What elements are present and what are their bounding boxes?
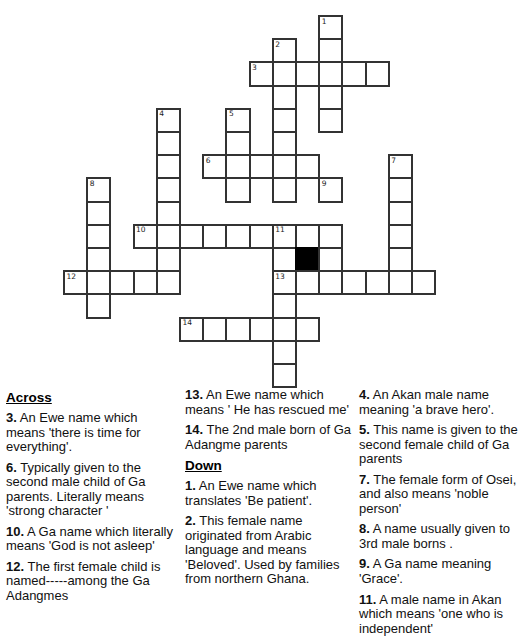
cell-r9-c11[interactable] — [318, 224, 343, 249]
cell-r13-c10[interactable] — [295, 317, 320, 342]
clue-down-5: 5. This name is given to the second fema… — [359, 423, 525, 467]
cell-r3-c9[interactable] — [272, 85, 297, 110]
cell-r13-c7[interactable] — [225, 317, 250, 342]
clue-number-label: 5. — [359, 422, 370, 437]
clue-number-label: 1. — [185, 478, 196, 493]
clue-column-1: Across3. An Ewe name which means 'there … — [6, 388, 176, 610]
cell-number-10: 10 — [136, 226, 146, 234]
cell-r10-c11[interactable] — [318, 247, 343, 272]
clue-text: A Ga name meaning 'Grace'. — [359, 556, 491, 586]
clue-across-10: 10. A Ga name which literally means 'God… — [6, 525, 176, 554]
crossword-grid: 1234567891011121314 — [63, 15, 437, 389]
cell-r8-c1[interactable] — [86, 201, 111, 226]
cell-r11-c1[interactable] — [86, 270, 111, 295]
cell-r6-c8[interactable] — [249, 154, 274, 179]
clue-number-label: 6. — [6, 460, 17, 475]
clue-across-14: 14. The 2nd male born of Ga Adangme pare… — [185, 423, 355, 452]
clue-text: An Ewe name which translates 'Be patient… — [185, 478, 317, 508]
cell-r8-c4[interactable] — [156, 201, 181, 226]
cell-r4-c11[interactable] — [318, 108, 343, 133]
cell-r6-c9[interactable] — [272, 154, 297, 179]
cell-r9-c14[interactable] — [388, 224, 413, 249]
clue-down-7: 7. The female form of Osei, and also mea… — [359, 473, 525, 517]
cell-r4-c9[interactable] — [272, 108, 297, 133]
clue-text: The first female child is named-----amon… — [6, 559, 160, 603]
cell-r8-c14[interactable] — [388, 201, 413, 226]
clue-number-label: 7. — [359, 472, 370, 487]
cell-number-9: 9 — [322, 180, 327, 188]
clue-number-label: 14. — [185, 422, 203, 437]
cell-r1-c9[interactable]: 2 — [272, 38, 297, 63]
clue-text: The 2nd male born of Ga Adangme parents — [185, 422, 351, 452]
cell-r6-c14[interactable]: 7 — [388, 154, 413, 179]
clue-across-13: 13. An Ewe name which means ' He has res… — [185, 388, 355, 417]
clue-number-label: 3. — [6, 410, 17, 425]
black-cell-r10-c10 — [295, 247, 320, 272]
clue-number-label: 9. — [359, 556, 370, 571]
across-header: Across — [6, 390, 176, 405]
cell-r14-c9[interactable] — [272, 340, 297, 365]
cell-r2-c13[interactable] — [365, 61, 390, 86]
cell-r9-c10[interactable] — [295, 224, 320, 249]
clue-down-2: 2. This female name originated from Arab… — [185, 514, 355, 587]
cell-r11-c14[interactable] — [388, 270, 413, 295]
cell-r10-c14[interactable] — [388, 247, 413, 272]
cell-r2-c12[interactable] — [341, 61, 366, 86]
cell-r13-c5[interactable]: 14 — [179, 317, 204, 342]
clue-across-6: 6. Typically given to the second male ch… — [6, 461, 176, 519]
cell-r12-c1[interactable] — [86, 293, 111, 318]
cell-r15-c9[interactable] — [272, 363, 297, 388]
clue-down-11: 11. A male name in Akan which means 'one… — [359, 593, 525, 637]
clue-number-label: 12. — [6, 559, 24, 574]
cell-r2-c8[interactable]: 3 — [249, 61, 274, 86]
cell-r2-c11[interactable] — [318, 61, 343, 86]
cell-r5-c9[interactable] — [272, 131, 297, 156]
cell-r11-c4[interactable] — [156, 270, 181, 295]
clue-number-label: 4. — [359, 387, 370, 402]
cell-number-12: 12 — [67, 273, 77, 281]
clue-text: A name usually given to 3rd male borns . — [359, 521, 510, 551]
cell-number-3: 3 — [252, 64, 257, 72]
cell-r7-c1[interactable]: 8 — [86, 177, 111, 202]
clue-down-8: 8. A name usually given to 3rd male born… — [359, 522, 525, 551]
cell-number-1: 1 — [322, 18, 327, 26]
cell-r10-c1[interactable] — [86, 247, 111, 272]
cell-r1-c11[interactable] — [318, 38, 343, 63]
clue-text: This name is given to the second female … — [359, 422, 518, 466]
cell-number-2: 2 — [275, 41, 280, 49]
clue-text: The female form of Osei, and also means … — [359, 472, 516, 516]
clue-column-3: 4. An Akan male name meaning 'a brave he… — [359, 388, 525, 637]
cell-r4-c4[interactable]: 4 — [156, 108, 181, 133]
clue-down-1: 1. An Ewe name which translates 'Be pati… — [185, 479, 355, 508]
cell-r2-c10[interactable] — [295, 61, 320, 86]
clue-text: Typically given to the second male child… — [6, 460, 145, 519]
cell-r9-c7[interactable] — [225, 224, 250, 249]
cell-number-7: 7 — [391, 157, 396, 165]
clue-number-label: 13. — [185, 387, 203, 402]
cell-number-5: 5 — [229, 110, 234, 118]
cell-r11-c9[interactable]: 13 — [272, 270, 297, 295]
clue-text: An Akan male name meaning 'a brave hero'… — [359, 387, 494, 417]
cell-r12-c9[interactable] — [272, 293, 297, 318]
cell-r10-c9[interactable] — [272, 247, 297, 272]
clue-down-4: 4. An Akan male name meaning 'a brave he… — [359, 388, 525, 417]
cell-r11-c10[interactable] — [295, 270, 320, 295]
clue-text: An Ewe name which means 'there is time f… — [6, 410, 141, 454]
cell-r10-c4[interactable] — [156, 247, 181, 272]
cell-r7-c7[interactable] — [225, 177, 250, 202]
cell-r6-c10[interactable] — [295, 154, 320, 179]
clue-across-12: 12. The first female child is named-----… — [6, 560, 176, 604]
cell-r9-c3[interactable]: 10 — [133, 224, 158, 249]
cell-r11-c15[interactable] — [411, 270, 436, 295]
cell-number-13: 13 — [275, 273, 285, 281]
cell-r9-c6[interactable] — [202, 224, 227, 249]
cell-r9-c9[interactable]: 11 — [272, 224, 297, 249]
cell-number-6: 6 — [206, 157, 211, 165]
clue-text: A Ga name which literally means 'God is … — [6, 524, 173, 554]
cell-r9-c4[interactable] — [156, 224, 181, 249]
down-header: Down — [185, 458, 355, 473]
clue-text: This female name originated from Arabic … — [185, 513, 340, 586]
cell-r0-c11[interactable]: 1 — [318, 15, 343, 40]
clue-down-9: 9. A Ga name meaning 'Grace'. — [359, 557, 525, 586]
clue-number-label: 2. — [185, 513, 196, 528]
cell-r7-c4[interactable] — [156, 177, 181, 202]
cell-r6-c7[interactable] — [225, 154, 250, 179]
clue-column-2: 13. An Ewe name which means ' He has res… — [185, 388, 355, 593]
cell-r11-c2[interactable] — [109, 270, 134, 295]
cell-r6-c6[interactable]: 6 — [202, 154, 227, 179]
cell-r9-c1[interactable] — [86, 224, 111, 249]
cell-r7-c9[interactable] — [272, 177, 297, 202]
cell-r5-c7[interactable] — [225, 131, 250, 156]
cell-r13-c6[interactable] — [202, 317, 227, 342]
cell-r11-c0[interactable]: 12 — [63, 270, 88, 295]
clue-text: A male name in Akan which means 'one who… — [359, 592, 503, 636]
cell-r11-c3[interactable] — [133, 270, 158, 295]
cell-r7-c11[interactable]: 9 — [318, 177, 343, 202]
clue-text: An Ewe name which means ' He has rescued… — [185, 387, 349, 417]
clue-number-label: 11. — [359, 592, 376, 607]
cell-r4-c7[interactable]: 5 — [225, 108, 250, 133]
cell-r6-c4[interactable] — [156, 154, 181, 179]
clue-across-3: 3. An Ewe name which means 'there is tim… — [6, 411, 176, 455]
cell-number-11: 11 — [275, 226, 285, 234]
cell-r13-c8[interactable] — [249, 317, 274, 342]
cell-number-4: 4 — [159, 110, 164, 118]
cell-r11-c13[interactable] — [365, 270, 390, 295]
cell-r9-c8[interactable] — [249, 224, 274, 249]
cell-r13-c9[interactable] — [272, 317, 297, 342]
cell-number-14: 14 — [183, 319, 193, 327]
cell-r9-c5[interactable] — [179, 224, 204, 249]
cell-r2-c9[interactable] — [272, 61, 297, 86]
cell-r11-c11[interactable] — [318, 270, 343, 295]
cell-r3-c11[interactable] — [318, 85, 343, 110]
clue-number-label: 10. — [6, 524, 24, 539]
clue-number-label: 8. — [359, 521, 370, 536]
cell-r11-c12[interactable] — [341, 270, 366, 295]
cell-r7-c14[interactable] — [388, 177, 413, 202]
cell-r5-c4[interactable] — [156, 131, 181, 156]
cell-number-8: 8 — [90, 180, 95, 188]
